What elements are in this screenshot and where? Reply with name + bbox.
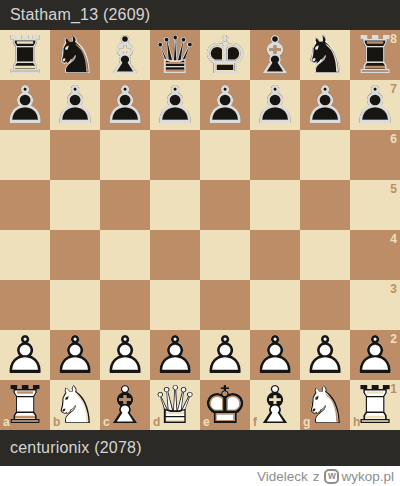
- square-b3[interactable]: [50, 280, 100, 330]
- black-queen[interactable]: ♛♕: [150, 30, 200, 80]
- square-e1[interactable]: e♚♔: [200, 380, 250, 430]
- square-f8[interactable]: ♝♗: [250, 30, 300, 80]
- square-g2[interactable]: ♟♙: [300, 330, 350, 380]
- square-a5[interactable]: [0, 180, 50, 230]
- black-pawn[interactable]: ♟♙: [100, 80, 150, 130]
- black-knight-outline: ♘: [300, 30, 350, 80]
- white-pawn[interactable]: ♟♙: [150, 330, 200, 380]
- white-knight[interactable]: ♞♘: [50, 380, 100, 430]
- watermark-separator: z: [313, 469, 320, 484]
- white-pawn-outline: ♙: [250, 330, 300, 380]
- white-king[interactable]: ♚♔: [200, 380, 250, 430]
- square-c2[interactable]: ♟♙: [100, 330, 150, 380]
- white-knight-outline: ♘: [50, 380, 100, 430]
- white-pawn-outline: ♙: [350, 330, 400, 380]
- square-d1[interactable]: d♛♕: [150, 380, 200, 430]
- black-rook[interactable]: ♜♖: [350, 30, 400, 80]
- watermark-site-group: w wykop.pl: [324, 469, 394, 484]
- square-e4[interactable]: [200, 230, 250, 280]
- square-h4[interactable]: 4: [350, 230, 400, 280]
- white-pawn[interactable]: ♟♙: [200, 330, 250, 380]
- black-bishop-outline: ♗: [250, 30, 300, 80]
- square-a3[interactable]: [0, 280, 50, 330]
- black-pawn[interactable]: ♟♙: [0, 80, 50, 130]
- white-bishop-outline: ♗: [100, 380, 150, 430]
- square-d7[interactable]: ♟♙: [150, 80, 200, 130]
- black-pawn[interactable]: ♟♙: [200, 80, 250, 130]
- white-pawn-outline: ♙: [150, 330, 200, 380]
- black-pawn[interactable]: ♟♙: [150, 80, 200, 130]
- black-knight-outline: ♘: [50, 30, 100, 80]
- square-a1[interactable]: a♜♖: [0, 380, 50, 430]
- white-queen[interactable]: ♛♕: [150, 380, 200, 430]
- square-d4[interactable]: [150, 230, 200, 280]
- white-pawn-outline: ♙: [100, 330, 150, 380]
- square-d8[interactable]: ♛♕: [150, 30, 200, 80]
- black-bishop[interactable]: ♝♗: [100, 30, 150, 80]
- top-player-name: Statham_13 (2609): [10, 6, 150, 24]
- white-pawn[interactable]: ♟♙: [300, 330, 350, 380]
- white-pawn[interactable]: ♟♙: [50, 330, 100, 380]
- white-pawn-outline: ♙: [50, 330, 100, 380]
- square-d2[interactable]: ♟♙: [150, 330, 200, 380]
- square-a2[interactable]: ♟♙: [0, 330, 50, 380]
- chess-board: ♜♖♞♘♝♗♛♕♚♔♝♗♞♘8♜♖♟♙♟♙♟♙♟♙♟♙♟♙♟♙7♟♙6543♟♙…: [0, 30, 400, 430]
- black-pawn-outline: ♙: [250, 80, 300, 130]
- black-bishop-outline: ♗: [100, 30, 150, 80]
- square-f5[interactable]: [250, 180, 300, 230]
- square-g1[interactable]: g♞♘: [300, 380, 350, 430]
- white-king-outline: ♔: [200, 380, 250, 430]
- black-pawn-outline: ♙: [0, 80, 50, 130]
- square-g7[interactable]: ♟♙: [300, 80, 350, 130]
- white-pawn-outline: ♙: [0, 330, 50, 380]
- square-g4[interactable]: [300, 230, 350, 280]
- square-f4[interactable]: [250, 230, 300, 280]
- rank-label-4: 4: [390, 233, 397, 245]
- black-king-outline: ♔: [200, 30, 250, 80]
- square-a7[interactable]: ♟♙: [0, 80, 50, 130]
- white-rook[interactable]: ♜♖: [0, 380, 50, 430]
- square-c1[interactable]: c♝♗: [100, 380, 150, 430]
- square-h3[interactable]: 3: [350, 280, 400, 330]
- square-c4[interactable]: [100, 230, 150, 280]
- square-f2[interactable]: ♟♙: [250, 330, 300, 380]
- square-b1[interactable]: b♞♘: [50, 380, 100, 430]
- square-g8[interactable]: ♞♘: [300, 30, 350, 80]
- square-h5[interactable]: 5: [350, 180, 400, 230]
- square-b8[interactable]: ♞♘: [50, 30, 100, 80]
- black-knight[interactable]: ♞♘: [300, 30, 350, 80]
- wykop-logo-icon: w: [324, 469, 339, 484]
- black-rook-outline: ♖: [350, 30, 400, 80]
- square-a6[interactable]: [0, 130, 50, 180]
- white-rook[interactable]: ♜♖: [350, 380, 400, 430]
- black-knight[interactable]: ♞♘: [50, 30, 100, 80]
- white-pawn[interactable]: ♟♙: [0, 330, 50, 380]
- white-bishop-outline: ♗: [250, 380, 300, 430]
- black-pawn[interactable]: ♟♙: [50, 80, 100, 130]
- rank-label-6: 6: [390, 133, 397, 145]
- square-e3[interactable]: [200, 280, 250, 330]
- square-a8[interactable]: ♜♖: [0, 30, 50, 80]
- black-pawn-outline: ♙: [300, 80, 350, 130]
- black-pawn-outline: ♙: [350, 80, 400, 130]
- square-e6[interactable]: [200, 130, 250, 180]
- square-d6[interactable]: [150, 130, 200, 180]
- square-e5[interactable]: [200, 180, 250, 230]
- square-a4[interactable]: [0, 230, 50, 280]
- square-f6[interactable]: [250, 130, 300, 180]
- square-c5[interactable]: [100, 180, 150, 230]
- black-pawn[interactable]: ♟♙: [350, 80, 400, 130]
- square-d3[interactable]: [150, 280, 200, 330]
- white-rook-outline: ♖: [0, 380, 50, 430]
- rank-label-5: 5: [390, 183, 397, 195]
- watermark: Videleck z w wykop.pl: [0, 466, 400, 486]
- black-pawn[interactable]: ♟♙: [250, 80, 300, 130]
- square-h7[interactable]: 7♟♙: [350, 80, 400, 130]
- black-pawn-outline: ♙: [150, 80, 200, 130]
- square-h2[interactable]: 2♟♙: [350, 330, 400, 380]
- bottom-player-name: centurionix (2078): [10, 439, 142, 457]
- white-pawn-outline: ♙: [200, 330, 250, 380]
- black-rook[interactable]: ♜♖: [0, 30, 50, 80]
- watermark-site: wykop.pl: [341, 469, 394, 484]
- black-king[interactable]: ♚♔: [200, 30, 250, 80]
- black-bishop[interactable]: ♝♗: [250, 30, 300, 80]
- white-pawn-outline: ♙: [300, 330, 350, 380]
- square-e7[interactable]: ♟♙: [200, 80, 250, 130]
- square-b4[interactable]: [50, 230, 100, 280]
- square-h6[interactable]: 6: [350, 130, 400, 180]
- bottom-player-bar: centurionix (2078): [0, 430, 400, 466]
- watermark-author: Videleck: [257, 469, 308, 484]
- square-g5[interactable]: [300, 180, 350, 230]
- square-c8[interactable]: ♝♗: [100, 30, 150, 80]
- square-g6[interactable]: [300, 130, 350, 180]
- square-c6[interactable]: [100, 130, 150, 180]
- square-f7[interactable]: ♟♙: [250, 80, 300, 130]
- white-pawn[interactable]: ♟♙: [100, 330, 150, 380]
- white-pawn[interactable]: ♟♙: [250, 330, 300, 380]
- white-bishop[interactable]: ♝♗: [250, 380, 300, 430]
- black-pawn-outline: ♙: [50, 80, 100, 130]
- white-rook-outline: ♖: [350, 380, 400, 430]
- square-b6[interactable]: [50, 130, 100, 180]
- black-rook-outline: ♖: [0, 30, 50, 80]
- white-knight[interactable]: ♞♘: [300, 380, 350, 430]
- square-c7[interactable]: ♟♙: [100, 80, 150, 130]
- square-d5[interactable]: [150, 180, 200, 230]
- square-b5[interactable]: [50, 180, 100, 230]
- black-pawn-outline: ♙: [200, 80, 250, 130]
- square-e2[interactable]: ♟♙: [200, 330, 250, 380]
- black-pawn-outline: ♙: [100, 80, 150, 130]
- square-g3[interactable]: [300, 280, 350, 330]
- white-knight-outline: ♘: [300, 380, 350, 430]
- white-pawn[interactable]: ♟♙: [350, 330, 400, 380]
- square-b7[interactable]: ♟♙: [50, 80, 100, 130]
- square-f3[interactable]: [250, 280, 300, 330]
- square-e8[interactable]: ♚♔: [200, 30, 250, 80]
- white-bishop[interactable]: ♝♗: [100, 380, 150, 430]
- black-queen-outline: ♕: [150, 30, 200, 80]
- square-h8[interactable]: 8♜♖: [350, 30, 400, 80]
- square-h1[interactable]: 1h♜♖: [350, 380, 400, 430]
- black-pawn[interactable]: ♟♙: [300, 80, 350, 130]
- square-f1[interactable]: f♝♗: [250, 380, 300, 430]
- white-queen-outline: ♕: [150, 380, 200, 430]
- square-c3[interactable]: [100, 280, 150, 330]
- rank-label-3: 3: [390, 283, 397, 295]
- square-b2[interactable]: ♟♙: [50, 330, 100, 380]
